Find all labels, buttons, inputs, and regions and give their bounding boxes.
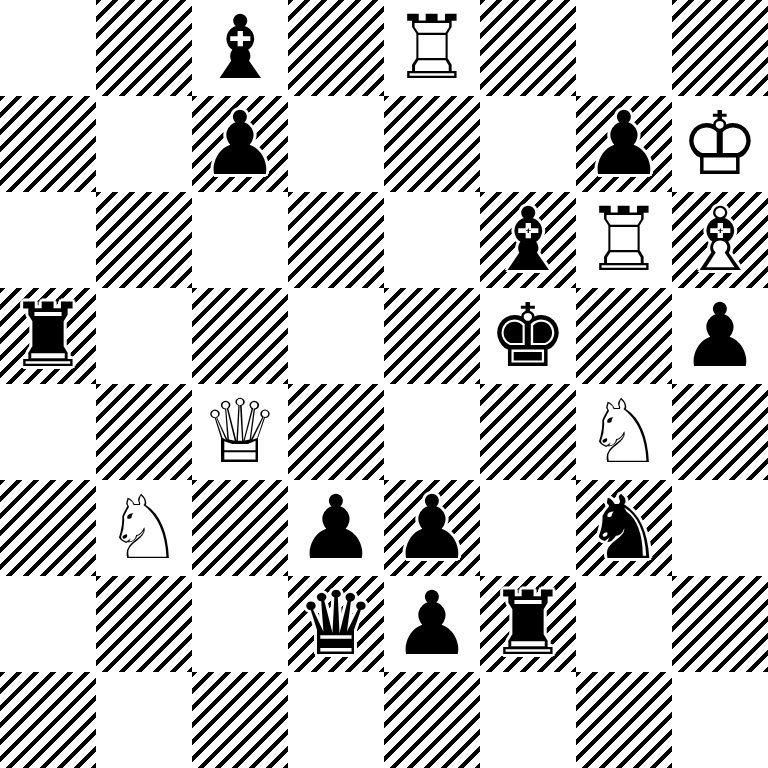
- piece-glyph: ♜: [0, 288, 96, 384]
- square-c4[interactable]: ♛♕: [192, 384, 288, 480]
- square-h5[interactable]: ♟♟: [672, 288, 768, 384]
- square-b1[interactable]: [96, 672, 192, 768]
- black-king[interactable]: ♚♚: [480, 288, 576, 384]
- square-g5[interactable]: [576, 288, 672, 384]
- piece-glyph: ♟: [384, 576, 480, 672]
- white-bishop[interactable]: ♝♗: [672, 192, 768, 288]
- square-g8[interactable]: [576, 0, 672, 96]
- square-e6[interactable]: [384, 192, 480, 288]
- piece-glyph: ♖: [576, 192, 672, 288]
- square-h8[interactable]: [672, 0, 768, 96]
- square-b5[interactable]: [96, 288, 192, 384]
- square-f6[interactable]: ♝♝: [480, 192, 576, 288]
- square-b8[interactable]: [96, 0, 192, 96]
- black-pawn[interactable]: ♟♟: [288, 480, 384, 576]
- square-c8[interactable]: ♝♝: [192, 0, 288, 96]
- square-g4[interactable]: ♞♘: [576, 384, 672, 480]
- square-g1[interactable]: [576, 672, 672, 768]
- square-c2[interactable]: [192, 576, 288, 672]
- piece-glyph: ♝: [192, 0, 288, 96]
- square-a4[interactable]: [0, 384, 96, 480]
- square-b7[interactable]: [96, 96, 192, 192]
- square-b2[interactable]: [96, 576, 192, 672]
- white-rook[interactable]: ♜♖: [576, 192, 672, 288]
- white-knight[interactable]: ♞♘: [96, 480, 192, 576]
- square-c5[interactable]: [192, 288, 288, 384]
- black-pawn[interactable]: ♟♟: [192, 96, 288, 192]
- black-rook[interactable]: ♜♜: [0, 288, 96, 384]
- square-a8[interactable]: [0, 0, 96, 96]
- black-pawn[interactable]: ♟♟: [576, 96, 672, 192]
- white-king[interactable]: ♚♔: [672, 96, 768, 192]
- square-b4[interactable]: [96, 384, 192, 480]
- piece-glyph: ♘: [576, 384, 672, 480]
- square-d5[interactable]: [288, 288, 384, 384]
- piece-glyph: ♛: [288, 576, 384, 672]
- square-f3[interactable]: [480, 480, 576, 576]
- piece-glyph: ♔: [672, 96, 768, 192]
- square-g7[interactable]: ♟♟: [576, 96, 672, 192]
- black-queen[interactable]: ♛♛: [288, 576, 384, 672]
- square-c3[interactable]: [192, 480, 288, 576]
- square-h3[interactable]: [672, 480, 768, 576]
- square-a3[interactable]: [0, 480, 96, 576]
- square-b6[interactable]: [96, 192, 192, 288]
- square-h1[interactable]: [672, 672, 768, 768]
- square-h2[interactable]: [672, 576, 768, 672]
- square-d7[interactable]: [288, 96, 384, 192]
- piece-glyph: ♟: [288, 480, 384, 576]
- square-a7[interactable]: [0, 96, 96, 192]
- square-a2[interactable]: [0, 576, 96, 672]
- black-pawn[interactable]: ♟♟: [384, 480, 480, 576]
- square-d4[interactable]: [288, 384, 384, 480]
- piece-glyph: ♟: [192, 96, 288, 192]
- square-d6[interactable]: [288, 192, 384, 288]
- square-d8[interactable]: [288, 0, 384, 96]
- piece-glyph: ♜: [480, 576, 576, 672]
- black-bishop[interactable]: ♝♝: [192, 0, 288, 96]
- square-c1[interactable]: [192, 672, 288, 768]
- square-e2[interactable]: ♟♟: [384, 576, 480, 672]
- square-f2[interactable]: ♜♜: [480, 576, 576, 672]
- white-rook[interactable]: ♜♖: [384, 0, 480, 96]
- square-e7[interactable]: [384, 96, 480, 192]
- square-c6[interactable]: [192, 192, 288, 288]
- piece-glyph: ♗: [672, 192, 768, 288]
- square-f5[interactable]: ♚♚: [480, 288, 576, 384]
- square-d2[interactable]: ♛♛: [288, 576, 384, 672]
- square-e3[interactable]: ♟♟: [384, 480, 480, 576]
- piece-glyph: ♝: [480, 192, 576, 288]
- square-f4[interactable]: [480, 384, 576, 480]
- square-e5[interactable]: [384, 288, 480, 384]
- black-pawn[interactable]: ♟♟: [672, 288, 768, 384]
- piece-glyph: ♟: [672, 288, 768, 384]
- square-b3[interactable]: ♞♘: [96, 480, 192, 576]
- square-g2[interactable]: [576, 576, 672, 672]
- piece-glyph: ♚: [480, 288, 576, 384]
- square-h6[interactable]: ♝♗: [672, 192, 768, 288]
- black-knight[interactable]: ♞♞: [576, 480, 672, 576]
- white-queen[interactable]: ♛♕: [192, 384, 288, 480]
- square-d3[interactable]: ♟♟: [288, 480, 384, 576]
- square-a6[interactable]: [0, 192, 96, 288]
- square-g6[interactable]: ♜♖: [576, 192, 672, 288]
- square-e8[interactable]: ♜♖: [384, 0, 480, 96]
- square-a1[interactable]: [0, 672, 96, 768]
- square-f8[interactable]: [480, 0, 576, 96]
- square-g3[interactable]: ♞♞: [576, 480, 672, 576]
- piece-glyph: ♕: [192, 384, 288, 480]
- square-h7[interactable]: ♚♔: [672, 96, 768, 192]
- square-h4[interactable]: [672, 384, 768, 480]
- piece-glyph: ♟: [384, 480, 480, 576]
- black-rook[interactable]: ♜♜: [480, 576, 576, 672]
- square-f1[interactable]: [480, 672, 576, 768]
- piece-glyph: ♘: [96, 480, 192, 576]
- black-pawn[interactable]: ♟♟: [384, 576, 480, 672]
- piece-glyph: ♟: [576, 96, 672, 192]
- white-knight[interactable]: ♞♘: [576, 384, 672, 480]
- square-a5[interactable]: ♜♜: [0, 288, 96, 384]
- piece-glyph: ♖: [384, 0, 480, 96]
- square-e1[interactable]: [384, 672, 480, 768]
- piece-glyph: ♞: [576, 480, 672, 576]
- square-d1[interactable]: [288, 672, 384, 768]
- square-f7[interactable]: [480, 96, 576, 192]
- square-c7[interactable]: ♟♟: [192, 96, 288, 192]
- square-e4[interactable]: [384, 384, 480, 480]
- black-bishop[interactable]: ♝♝: [480, 192, 576, 288]
- chess-board: ♝♝♜♖♟♟♟♟♚♔♝♝♜♖♝♗♜♜♚♚♟♟♛♕♞♘♞♘♟♟♟♟♞♞♛♛♟♟♜♜: [0, 0, 768, 768]
